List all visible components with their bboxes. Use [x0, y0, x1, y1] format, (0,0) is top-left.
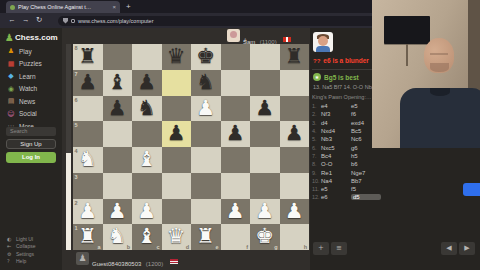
tab-favicon [10, 5, 15, 10]
file-label-g: g [274, 244, 277, 250]
move-number: 10. [312, 178, 321, 184]
black-knight-e7[interactable]: ♞ [191, 70, 221, 96]
square-c4[interactable]: ♝ [132, 147, 162, 173]
bottom-player-rating: (1200) [146, 261, 163, 267]
square-b2[interactable]: ♟ [103, 199, 133, 225]
chess-board: ♜8♛♚♜♟7♝♟♞6♟♞♟♟5♟♟♟♞4♝3♟2♟♟♟♟♟♜1a♞b♝c♛d♜… [73, 44, 309, 250]
sidebar-item-play[interactable]: ♟Play [0, 45, 62, 58]
square-b4[interactable] [103, 147, 133, 173]
square-d4[interactable] [162, 147, 192, 173]
white-pawn-b2[interactable]: ♟ [103, 199, 133, 225]
blunder-feedback: ?? e6 is a blunder [313, 57, 369, 64]
square-e5[interactable] [191, 121, 221, 147]
lock-icon[interactable] [71, 19, 75, 23]
watch-icon: ◉ [7, 85, 15, 93]
file-label-d: d [186, 244, 189, 250]
black-pawn-g6[interactable]: ♟ [250, 96, 280, 122]
square-h3[interactable] [280, 173, 310, 199]
sidebar-item-label: Play [19, 48, 32, 55]
divider [312, 69, 374, 70]
square-g3[interactable] [250, 173, 280, 199]
file-label-b: b [127, 244, 130, 250]
sidebar-menu: ♟Play▦Puzzles◆Learn◉Watch▤News☺Social⋯Mo… [0, 45, 62, 133]
next-move-button[interactable]: ▶ [459, 242, 475, 255]
move-number: 4. [312, 128, 321, 134]
move-row-8: 8.O-Ob6 [312, 160, 422, 168]
rank-label-7: 7 [75, 71, 78, 77]
best-move-icon: ★ [313, 73, 321, 81]
square-a5[interactable]: 5 [73, 121, 103, 147]
move-black-10[interactable]: Bb7 [351, 178, 381, 184]
black-king-e8[interactable]: ♚ [191, 44, 221, 70]
tv-cable [406, 44, 408, 66]
move-black-9[interactable]: Nge7 [351, 170, 381, 176]
sidebar-item-label: Puzzles [19, 60, 42, 67]
move-number: 3. [312, 120, 321, 126]
square-g8[interactable] [250, 44, 280, 70]
logo-pawn-icon: ♟ [5, 32, 14, 43]
square-c8[interactable] [132, 44, 162, 70]
move-black-8[interactable]: b6 [351, 161, 381, 167]
bottom-player-bar: ♟ Guest0840380503 (1200) ♝ ♟ +3 [76, 251, 296, 268]
square-a2[interactable]: ♟2 [73, 199, 103, 225]
square-b6[interactable]: ♟ [103, 96, 133, 122]
evaluation-bar [66, 44, 71, 250]
square-b7[interactable]: ♝ [103, 70, 133, 96]
black-queen-d8[interactable]: ♛ [162, 44, 192, 70]
sidebar-item-label: News [19, 98, 35, 105]
square-e7[interactable]: ♞ [191, 70, 221, 96]
sidebar-footer-collapse[interactable]: ⇤Collapse [7, 243, 35, 251]
screen: Play Chess Online Against t… × + ← → ↻ w… [0, 0, 480, 270]
square-f6[interactable] [221, 96, 251, 122]
file-label-h: h [304, 244, 307, 250]
square-g5[interactable] [250, 121, 280, 147]
sidebar-item-label: Learn [19, 73, 36, 80]
square-h6[interactable] [280, 96, 310, 122]
square-a3[interactable]: 3 [73, 173, 103, 199]
move-white-10[interactable]: Na4 [321, 178, 350, 184]
white-bishop-c4[interactable]: ♝ [132, 147, 162, 173]
square-b3[interactable] [103, 173, 133, 199]
square-h4[interactable] [280, 147, 310, 173]
move-number: 8. [312, 161, 321, 167]
move-number: 12. [312, 194, 321, 200]
black-pawn-b6[interactable]: ♟ [103, 96, 133, 122]
help-icon: ? [7, 258, 13, 264]
streamer-torso [400, 88, 480, 148]
square-c7[interactable]: ♟ [132, 70, 162, 96]
rank-label-6: 6 [75, 97, 78, 103]
streamer-collar [430, 88, 450, 96]
move-white-1[interactable]: e4 [321, 103, 350, 109]
chat-tab[interactable] [463, 183, 480, 196]
rank-label-4: 4 [75, 148, 78, 154]
board-controls: + ≡ ◀ ▶ [310, 241, 480, 257]
square-d5[interactable]: ♟ [162, 121, 192, 147]
square-a6[interactable]: 6 [73, 96, 103, 122]
square-f8[interactable] [221, 44, 251, 70]
white-pawn-e6[interactable]: ♟ [191, 96, 221, 122]
move-black-12[interactable]: d5 [351, 194, 381, 200]
rank-label-2: 2 [75, 200, 78, 206]
sign-up-button[interactable]: Sign Up [6, 139, 56, 149]
sidebar-footer: ◐Light UI⇤Collapse⚙Settings?Help [7, 235, 35, 265]
file-label-f: f [246, 244, 248, 250]
white-pawn-f2[interactable]: ♟ [221, 199, 251, 225]
move-number: 6. [312, 145, 321, 151]
tab-close-icon[interactable]: × [112, 4, 116, 10]
square-f5[interactable]: ♟ [221, 121, 251, 147]
square-e2[interactable] [191, 199, 221, 225]
top-player-flag-icon [283, 37, 291, 42]
square-e8[interactable]: ♚ [191, 44, 221, 70]
sidebar-item-watch[interactable]: ◉Watch [0, 83, 62, 96]
tab-title: Play Chess Online Against t… [18, 4, 109, 10]
square-c5[interactable] [132, 121, 162, 147]
rank-label-1: 1 [75, 225, 78, 231]
file-label-c: c [156, 244, 159, 250]
square-h8[interactable]: ♜ [280, 44, 310, 70]
logo-text: Chess.com [15, 33, 58, 42]
square-h2[interactable]: ♟ [280, 199, 310, 225]
rank-label-3: 3 [75, 174, 78, 180]
black-bishop-b7[interactable]: ♝ [103, 70, 133, 96]
top-captured-pieces: ♙ [243, 37, 247, 43]
sidebar-item-social[interactable]: ☺Social [0, 108, 62, 121]
square-d6[interactable] [162, 96, 192, 122]
white-pawn-c2[interactable]: ♟ [132, 199, 162, 225]
bottom-player-flag-icon [170, 259, 178, 264]
black-pawn-f5[interactable]: ♟ [221, 121, 251, 147]
black-pawn-d5[interactable]: ♟ [162, 121, 192, 147]
white-pawn-h2[interactable]: ♟ [280, 199, 310, 225]
square-a7[interactable]: ♟7 [73, 70, 103, 96]
puzzles-icon: ▦ [7, 60, 15, 68]
move-white-9[interactable]: Re1 [321, 170, 350, 176]
black-rook-h8[interactable]: ♜ [280, 44, 310, 70]
sidebar-item-puzzles[interactable]: ▦Puzzles [0, 58, 62, 71]
chesscom-logo[interactable]: ♟ Chess.com [5, 32, 58, 43]
bottom-player-avatar[interactable]: ♟ [76, 252, 89, 265]
rank-label-8: 8 [75, 45, 78, 51]
move-black-11[interactable]: f5 [351, 186, 381, 192]
square-b5[interactable] [103, 121, 133, 147]
sidebar-footer-light-ui[interactable]: ◐Light UI [7, 235, 35, 243]
browser-tab[interactable]: Play Chess Online Against t… × [6, 1, 120, 13]
social-icon: ☺ [7, 110, 15, 118]
square-h5[interactable]: ♟ [280, 121, 310, 147]
square-c2[interactable]: ♟ [132, 199, 162, 225]
move-white-2[interactable]: Nf3 [321, 111, 350, 117]
square-f2[interactable]: ♟ [221, 199, 251, 225]
black-pawn-c7[interactable]: ♟ [132, 70, 162, 96]
black-pawn-h5[interactable]: ♟ [280, 121, 310, 147]
sidebar-footer-settings[interactable]: ⚙Settings [7, 250, 35, 258]
streamer-beard [430, 63, 449, 72]
move-number: 1. [312, 103, 321, 109]
opening-name: King's Pawn Opening: King's Knight, Dami… [312, 94, 372, 100]
sidebar-item-label: Watch [19, 85, 37, 92]
menu-button[interactable]: ≡ [331, 242, 347, 255]
forward-icon[interactable]: → [22, 15, 30, 24]
add-button[interactable]: + [313, 242, 329, 255]
sidebar-item-learn[interactable]: ◆Learn [0, 70, 62, 83]
square-g6[interactable]: ♟ [250, 96, 280, 122]
prev-move-button[interactable]: ◀ [441, 242, 457, 255]
address-bar[interactable]: www.chess.com/play/computer [58, 16, 388, 26]
square-f4[interactable] [221, 147, 251, 173]
move-white-11[interactable]: e5 [321, 186, 350, 192]
square-g1[interactable]: ♚g [250, 224, 280, 250]
move-row-12: 12.e6d5 [312, 193, 422, 201]
best-move-feedback: ★ Bg5 is best [313, 73, 359, 81]
move-row-10: 10.Na4Bb7 [312, 177, 422, 185]
square-b8[interactable] [103, 44, 133, 70]
blunder-badge-icon: ?? [313, 58, 320, 64]
move-row-9: 9.Re1Nge7 [312, 168, 422, 176]
move-white-5[interactable]: Nb3 [321, 136, 350, 142]
move-number: 5. [312, 136, 321, 142]
url-text[interactable]: www.chess.com/play/computer [78, 18, 154, 24]
square-b1[interactable]: ♞b [103, 224, 133, 250]
reload-icon[interactable]: ↻ [36, 15, 42, 24]
square-d1[interactable]: ♛d [162, 224, 192, 250]
move-black-7[interactable]: h5 [351, 153, 381, 159]
coach-body [316, 46, 330, 52]
move-white-4[interactable]: Nxd4 [321, 128, 350, 134]
top-player-avatar[interactable] [227, 29, 240, 42]
sidebar-item-label: Social [19, 110, 37, 117]
move-number: 11. [312, 186, 321, 192]
move-row-7: 7.Bc4h5 [312, 152, 422, 160]
shield-icon[interactable] [63, 18, 68, 24]
new-tab-button[interactable]: + [126, 2, 131, 11]
square-e1[interactable]: ♜e [191, 224, 221, 250]
learn-icon: ◆ [7, 72, 15, 80]
square-d7[interactable] [162, 70, 192, 96]
file-label-e: e [215, 244, 218, 250]
square-e3[interactable] [191, 173, 221, 199]
webcam-overlay [372, 0, 480, 148]
move-white-12[interactable]: e6 [321, 194, 350, 200]
log-in-button[interactable]: Log In [6, 152, 56, 163]
coach-avatar[interactable] [313, 32, 333, 52]
move-white-6[interactable]: Nxc5 [321, 145, 350, 151]
sidebar-item-news[interactable]: ▤News [0, 95, 62, 108]
black-knight-c6[interactable]: ♞ [132, 96, 162, 122]
news-icon: ▤ [7, 97, 15, 105]
move-number: 2. [312, 111, 321, 117]
square-d8[interactable]: ♛ [162, 44, 192, 70]
move-row-11: 11.e5f5 [312, 185, 422, 193]
light-ui-icon: ◐ [7, 236, 13, 242]
square-f1[interactable]: f [221, 224, 251, 250]
square-a4[interactable]: ♞4 [73, 147, 103, 173]
square-c3[interactable] [132, 173, 162, 199]
move-white-3[interactable]: d4 [321, 120, 350, 126]
move-number: 7. [312, 153, 321, 159]
square-h7[interactable] [280, 70, 310, 96]
coach-face [318, 36, 328, 46]
search-input[interactable]: Search [6, 127, 56, 136]
square-c6[interactable]: ♞ [132, 96, 162, 122]
square-c1[interactable]: ♝c [132, 224, 162, 250]
tv-on-wall [384, 16, 430, 44]
sidebar: ♟ Chess.com ♟Play▦Puzzles◆Learn◉Watch▤Ne… [0, 28, 62, 270]
square-g7[interactable] [250, 70, 280, 96]
settings-icon: ⚙ [7, 251, 13, 257]
square-f3[interactable] [221, 173, 251, 199]
white-pawn-g2[interactable]: ♟ [250, 199, 280, 225]
sidebar-footer-help[interactable]: ?Help [7, 258, 35, 266]
square-f7[interactable] [221, 70, 251, 96]
file-label-a: a [97, 244, 100, 250]
move-white-7[interactable]: Bc4 [321, 153, 350, 159]
square-g4[interactable] [250, 147, 280, 173]
evaluation-bar-white [66, 153, 71, 250]
collapse-icon: ⇤ [7, 243, 13, 249]
square-h1[interactable]: h [280, 224, 310, 250]
rank-label-5: 5 [75, 122, 78, 128]
blunder-text: e6 is a blunder [323, 57, 369, 64]
best-move-text: Bg5 is best [324, 74, 359, 81]
square-e4[interactable] [191, 147, 221, 173]
square-d3[interactable] [162, 173, 192, 199]
move-number: 9. [312, 170, 321, 176]
square-g2[interactable]: ♟ [250, 199, 280, 225]
move-white-8[interactable]: O-O [321, 161, 350, 167]
square-a1[interactable]: ♜1a [73, 224, 103, 250]
streamer-brow [430, 53, 448, 55]
square-e6[interactable]: ♟ [191, 96, 221, 122]
square-d2[interactable] [162, 199, 192, 225]
back-icon[interactable]: ← [8, 15, 16, 24]
square-a8[interactable]: ♜8 [73, 44, 103, 70]
play-icon: ♟ [7, 47, 15, 55]
